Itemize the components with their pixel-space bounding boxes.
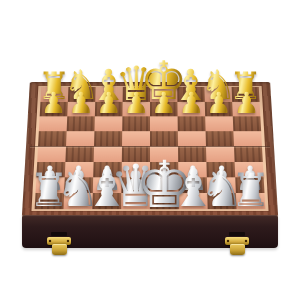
- square-e5[interactable]: [150, 131, 178, 146]
- piece-black-pawn-e7[interactable]: ♟: [151, 90, 177, 119]
- piece-black-pawn-c7[interactable]: ♟: [96, 90, 122, 119]
- brass-clasp-right: [224, 232, 250, 258]
- piece-black-pawn-h7[interactable]: ♟: [233, 90, 259, 119]
- square-f5[interactable]: [178, 131, 206, 146]
- clasp-tab-icon: [230, 244, 245, 255]
- square-b5[interactable]: [66, 131, 94, 146]
- clasp-tab-icon: [52, 244, 67, 255]
- piece-white-rook-h1[interactable]: ♜: [230, 168, 271, 214]
- square-c5[interactable]: [94, 131, 122, 146]
- piece-black-pawn-g7[interactable]: ♟: [206, 90, 232, 119]
- clasp-slot-icon: [51, 232, 67, 236]
- square-a5[interactable]: [38, 131, 67, 146]
- square-d5[interactable]: [122, 131, 150, 146]
- square-h5[interactable]: [233, 131, 262, 146]
- square-g5[interactable]: [206, 131, 234, 146]
- clasp-slot-icon: [229, 232, 245, 236]
- brass-clasp-left: [46, 232, 72, 258]
- piece-black-pawn-b7[interactable]: ♟: [68, 90, 94, 119]
- product-photo: ♜♞♝♛♚♝♞♜♟♟♟♟♟♟♟♟♟♟♟♟♟♟♟♟♜♞♝♛♚♝♞♜: [0, 0, 300, 300]
- piece-black-pawn-d7[interactable]: ♟: [123, 90, 149, 119]
- piece-black-pawn-f7[interactable]: ♟: [178, 90, 204, 119]
- piece-black-pawn-a7[interactable]: ♟: [40, 90, 66, 119]
